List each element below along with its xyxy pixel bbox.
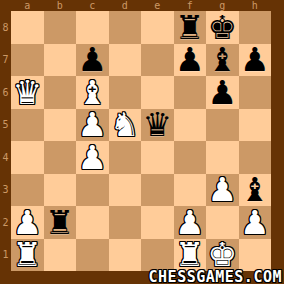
rank-label-3: 3 bbox=[0, 174, 11, 207]
square-g4[interactable] bbox=[206, 141, 239, 174]
file-label-b: b bbox=[44, 0, 77, 11]
square-d1[interactable] bbox=[109, 239, 142, 272]
square-c6[interactable]: ♝ bbox=[76, 76, 109, 109]
square-d4[interactable] bbox=[109, 141, 142, 174]
piece-white-bishop: ♝ bbox=[77, 76, 107, 109]
chess-board-diagram: abcdefgh 87654321 ♜♚♟♟♝♟♛♝♟♟♞♛♟♟♝♟♜♟♟♜♜♚… bbox=[0, 0, 284, 284]
square-f4[interactable] bbox=[174, 141, 207, 174]
square-a7[interactable] bbox=[11, 44, 44, 77]
square-b6[interactable] bbox=[44, 76, 77, 109]
square-c8[interactable] bbox=[76, 11, 109, 44]
square-c7[interactable]: ♟ bbox=[76, 44, 109, 77]
square-d6[interactable] bbox=[109, 76, 142, 109]
square-f3[interactable] bbox=[174, 174, 207, 207]
piece-black-bishop: ♝ bbox=[207, 43, 237, 76]
piece-white-pawn: ♟ bbox=[12, 206, 42, 239]
rank-label-5: 5 bbox=[0, 109, 11, 142]
square-b7[interactable] bbox=[44, 44, 77, 77]
rank-label-1: 1 bbox=[0, 239, 11, 272]
square-h2[interactable]: ♟ bbox=[239, 206, 272, 239]
file-label-c: c bbox=[76, 0, 109, 11]
square-a1[interactable]: ♜ bbox=[11, 239, 44, 272]
square-b3[interactable] bbox=[44, 174, 77, 207]
square-e5[interactable]: ♛ bbox=[141, 109, 174, 142]
file-label-a: a bbox=[11, 0, 44, 11]
square-g2[interactable] bbox=[206, 206, 239, 239]
square-g3[interactable]: ♟ bbox=[206, 174, 239, 207]
square-h5[interactable] bbox=[239, 109, 272, 142]
file-label-d: d bbox=[109, 0, 142, 11]
piece-black-bishop: ♝ bbox=[240, 173, 270, 206]
square-e2[interactable] bbox=[141, 206, 174, 239]
square-f1[interactable]: ♜ bbox=[174, 239, 207, 272]
piece-black-pawn: ♟ bbox=[77, 43, 107, 76]
square-b4[interactable] bbox=[44, 141, 77, 174]
square-d2[interactable] bbox=[109, 206, 142, 239]
piece-black-rook: ♜ bbox=[175, 11, 205, 44]
square-h1[interactable] bbox=[239, 239, 272, 272]
rank-label-4: 4 bbox=[0, 141, 11, 174]
piece-white-knight: ♞ bbox=[110, 108, 140, 141]
piece-white-king: ♚ bbox=[207, 238, 237, 271]
square-e7[interactable] bbox=[141, 44, 174, 77]
square-a2[interactable]: ♟ bbox=[11, 206, 44, 239]
square-b1[interactable] bbox=[44, 239, 77, 272]
square-a6[interactable]: ♛ bbox=[11, 76, 44, 109]
piece-white-rook: ♜ bbox=[12, 238, 42, 271]
square-a4[interactable] bbox=[11, 141, 44, 174]
square-b5[interactable] bbox=[44, 109, 77, 142]
rank-label-2: 2 bbox=[0, 206, 11, 239]
file-label-e: e bbox=[141, 0, 174, 11]
square-g5[interactable] bbox=[206, 109, 239, 142]
square-d7[interactable] bbox=[109, 44, 142, 77]
square-h4[interactable] bbox=[239, 141, 272, 174]
piece-white-pawn: ♟ bbox=[77, 108, 107, 141]
piece-white-queen: ♛ bbox=[12, 76, 42, 109]
square-a5[interactable] bbox=[11, 109, 44, 142]
square-h3[interactable]: ♝ bbox=[239, 174, 272, 207]
piece-white-rook: ♜ bbox=[175, 238, 205, 271]
piece-black-pawn: ♟ bbox=[207, 76, 237, 109]
rank-label-8: 8 bbox=[0, 11, 11, 44]
file-label-g: g bbox=[206, 0, 239, 11]
square-b2[interactable]: ♜ bbox=[44, 206, 77, 239]
square-c5[interactable]: ♟ bbox=[76, 109, 109, 142]
piece-black-pawn: ♟ bbox=[175, 43, 205, 76]
square-g8[interactable]: ♚ bbox=[206, 11, 239, 44]
square-h8[interactable] bbox=[239, 11, 272, 44]
piece-black-pawn: ♟ bbox=[240, 43, 270, 76]
square-e4[interactable] bbox=[141, 141, 174, 174]
piece-white-pawn: ♟ bbox=[175, 206, 205, 239]
square-h7[interactable]: ♟ bbox=[239, 44, 272, 77]
square-h6[interactable] bbox=[239, 76, 272, 109]
square-e3[interactable] bbox=[141, 174, 174, 207]
chess-board: ♜♚♟♟♝♟♛♝♟♟♞♛♟♟♝♟♜♟♟♜♜♚ bbox=[11, 11, 271, 271]
square-c3[interactable] bbox=[76, 174, 109, 207]
square-e1[interactable] bbox=[141, 239, 174, 272]
square-g1[interactable]: ♚ bbox=[206, 239, 239, 272]
piece-white-pawn: ♟ bbox=[240, 206, 270, 239]
square-g6[interactable]: ♟ bbox=[206, 76, 239, 109]
piece-white-pawn: ♟ bbox=[77, 141, 107, 174]
file-labels: abcdefgh bbox=[11, 0, 271, 11]
square-d8[interactable] bbox=[109, 11, 142, 44]
square-d3[interactable] bbox=[109, 174, 142, 207]
file-label-h: h bbox=[239, 0, 272, 11]
square-g7[interactable]: ♝ bbox=[206, 44, 239, 77]
square-f2[interactable]: ♟ bbox=[174, 206, 207, 239]
square-a3[interactable] bbox=[11, 174, 44, 207]
square-f6[interactable] bbox=[174, 76, 207, 109]
square-c1[interactable] bbox=[76, 239, 109, 272]
square-c4[interactable]: ♟ bbox=[76, 141, 109, 174]
piece-black-rook: ♜ bbox=[45, 206, 75, 239]
square-a8[interactable] bbox=[11, 11, 44, 44]
square-c2[interactable] bbox=[76, 206, 109, 239]
chessgames-watermark: CHESSGAMES.COM bbox=[149, 270, 282, 284]
piece-white-pawn: ♟ bbox=[207, 173, 237, 206]
square-b8[interactable] bbox=[44, 11, 77, 44]
rank-label-7: 7 bbox=[0, 44, 11, 77]
rank-label-6: 6 bbox=[0, 76, 11, 109]
file-label-f: f bbox=[174, 0, 207, 11]
rank-labels: 87654321 bbox=[0, 11, 11, 271]
square-e8[interactable] bbox=[141, 11, 174, 44]
square-f7[interactable]: ♟ bbox=[174, 44, 207, 77]
square-e6[interactable] bbox=[141, 76, 174, 109]
square-d5[interactable]: ♞ bbox=[109, 109, 142, 142]
piece-black-queen: ♛ bbox=[142, 108, 172, 141]
piece-black-king: ♚ bbox=[207, 11, 237, 44]
square-f8[interactable]: ♜ bbox=[174, 11, 207, 44]
square-f5[interactable] bbox=[174, 109, 207, 142]
